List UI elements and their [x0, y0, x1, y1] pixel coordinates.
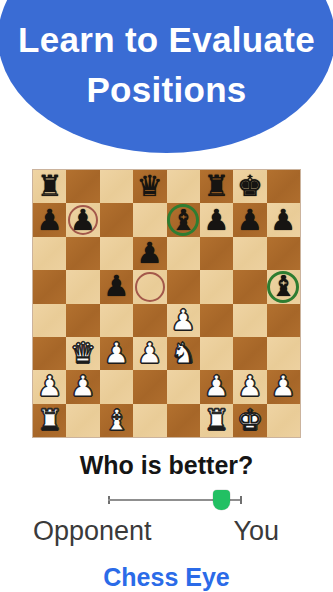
piece-black-pawn: ♟	[103, 270, 129, 303]
square-e6[interactable]	[167, 237, 200, 270]
square-c5[interactable]: ♟	[100, 270, 133, 303]
piece-black-bishop: ♝	[270, 270, 296, 303]
square-e2[interactable]	[167, 370, 200, 403]
piece-white-king: ♚	[237, 404, 263, 437]
square-e1[interactable]	[167, 404, 200, 437]
chess-board[interactable]: ♜♛♜♚♟♟♝♟♟♟♟♟♝♟♛♟♟♞♟♟♟♟♟♜♝♜♚	[33, 170, 300, 437]
square-d5[interactable]	[133, 270, 166, 303]
title-line-2: Positions	[0, 72, 333, 107]
square-b5[interactable]	[66, 270, 99, 303]
piece-black-pawn: ♟	[37, 204, 63, 237]
square-d3[interactable]: ♟	[133, 337, 166, 370]
piece-black-rook: ♜	[37, 170, 63, 203]
piece-white-queen: ♛	[70, 337, 96, 370]
piece-white-pawn: ♟	[270, 370, 296, 403]
square-b3[interactable]: ♛	[66, 337, 99, 370]
piece-white-pawn: ♟	[137, 337, 163, 370]
square-g4[interactable]	[233, 304, 266, 337]
piece-white-pawn: ♟	[237, 370, 263, 403]
square-g2[interactable]: ♟	[233, 370, 266, 403]
title-line-1: Learn to Evaluate	[0, 22, 333, 57]
square-e8[interactable]	[167, 170, 200, 203]
square-c6[interactable]	[100, 237, 133, 270]
square-b4[interactable]	[66, 304, 99, 337]
square-d8[interactable]: ♛	[133, 170, 166, 203]
app-screen: Learn to Evaluate Positions ♜♛♜♚♟♟♝♟♟♟♟♟…	[0, 0, 333, 592]
square-g8[interactable]: ♚	[233, 170, 266, 203]
piece-white-pawn: ♟	[204, 370, 230, 403]
square-e4[interactable]: ♟	[167, 304, 200, 337]
brand-text: Chess Eye	[0, 563, 333, 592]
square-a5[interactable]	[33, 270, 66, 303]
piece-black-pawn: ♟	[237, 204, 263, 237]
square-e7[interactable]: ♝	[167, 203, 200, 236]
piece-white-bishop: ♝	[103, 404, 129, 437]
square-e5[interactable]	[167, 270, 200, 303]
square-h8[interactable]	[267, 170, 300, 203]
square-f2[interactable]: ♟	[200, 370, 233, 403]
piece-black-pawn: ♟	[204, 204, 230, 237]
square-a6[interactable]	[33, 237, 66, 270]
square-d6[interactable]: ♟	[133, 237, 166, 270]
square-d1[interactable]	[133, 404, 166, 437]
piece-white-pawn: ♟	[37, 370, 63, 403]
square-c1[interactable]: ♝	[100, 404, 133, 437]
piece-black-pawn: ♟	[270, 204, 296, 237]
piece-black-queen: ♛	[137, 170, 163, 203]
square-g3[interactable]	[233, 337, 266, 370]
square-g1[interactable]: ♚	[233, 404, 266, 437]
square-h6[interactable]	[267, 237, 300, 270]
label-you: You	[233, 516, 279, 547]
piece-white-knight: ♞	[170, 337, 196, 370]
piece-black-pawn: ♟	[137, 237, 163, 270]
square-d2[interactable]	[133, 370, 166, 403]
square-f1[interactable]: ♜	[200, 404, 233, 437]
slider-right-tick	[240, 496, 242, 504]
square-h4[interactable]	[267, 304, 300, 337]
square-d7[interactable]	[133, 203, 166, 236]
question-text: Who is better?	[0, 451, 333, 480]
piece-black-rook: ♜	[204, 170, 230, 203]
square-b2[interactable]: ♟	[66, 370, 99, 403]
square-a7[interactable]: ♟	[33, 203, 66, 236]
square-h2[interactable]: ♟	[267, 370, 300, 403]
highlight-circle-red	[135, 272, 165, 302]
piece-white-pawn: ♟	[70, 370, 96, 403]
square-c3[interactable]: ♟	[100, 337, 133, 370]
square-f6[interactable]	[200, 237, 233, 270]
square-c7[interactable]	[100, 203, 133, 236]
square-g7[interactable]: ♟	[233, 203, 266, 236]
square-f3[interactable]	[200, 337, 233, 370]
square-h7[interactable]: ♟	[267, 203, 300, 236]
square-b8[interactable]	[66, 170, 99, 203]
square-c8[interactable]	[100, 170, 133, 203]
square-a8[interactable]: ♜	[33, 170, 66, 203]
square-a2[interactable]: ♟	[33, 370, 66, 403]
square-h1[interactable]	[267, 404, 300, 437]
square-f5[interactable]	[200, 270, 233, 303]
piece-white-rook: ♜	[204, 404, 230, 437]
piece-black-king: ♚	[237, 170, 263, 203]
square-g6[interactable]	[233, 237, 266, 270]
piece-white-pawn: ♟	[170, 304, 196, 337]
square-h3[interactable]	[267, 337, 300, 370]
square-b1[interactable]	[66, 404, 99, 437]
square-b6[interactable]	[66, 237, 99, 270]
square-b7[interactable]: ♟	[66, 203, 99, 236]
piece-black-pawn: ♟	[70, 204, 96, 237]
square-c4[interactable]	[100, 304, 133, 337]
piece-black-bishop: ♝	[170, 204, 196, 237]
evaluation-slider[interactable]	[108, 490, 242, 511]
square-a3[interactable]	[33, 337, 66, 370]
square-h5[interactable]: ♝	[267, 270, 300, 303]
square-f4[interactable]	[200, 304, 233, 337]
square-d4[interactable]	[133, 304, 166, 337]
label-opponent: Opponent	[33, 516, 152, 547]
slider-labels: Opponent You	[0, 516, 333, 547]
square-e3[interactable]: ♞	[167, 337, 200, 370]
slider-thumb[interactable]	[213, 490, 230, 510]
square-c2[interactable]	[100, 370, 133, 403]
piece-white-pawn: ♟	[103, 337, 129, 370]
square-a4[interactable]	[33, 304, 66, 337]
square-a1[interactable]: ♜	[33, 404, 66, 437]
square-f8[interactable]: ♜	[200, 170, 233, 203]
square-g5[interactable]	[233, 270, 266, 303]
piece-white-rook: ♜	[37, 404, 63, 437]
square-f7[interactable]: ♟	[200, 203, 233, 236]
